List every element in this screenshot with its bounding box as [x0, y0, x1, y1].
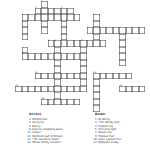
grid-cell[interactable] — [119, 60, 126, 67]
crossword-worksheet: 12345678910111213141516 Across 2Writing … — [0, 0, 150, 150]
cell-number: 5 — [93, 14, 94, 17]
down-heading: Down — [95, 112, 149, 116]
across-clue-list: 2Writing tool4Go by air6Bunny8Grocery sh… — [27, 118, 89, 144]
grid-cell[interactable] — [74, 99, 81, 106]
cell-number: 15 — [119, 85, 122, 88]
grid-cell[interactable] — [139, 86, 146, 93]
grid-cell[interactable] — [22, 34, 29, 41]
cell-number: 1 — [41, 1, 42, 4]
cell-number: 8 — [48, 40, 49, 43]
clue-text: Opposite of day — [98, 141, 119, 144]
cell-number: 3 — [61, 7, 62, 10]
clue-across-14: 14Whale family member — [27, 141, 89, 144]
clue-number: 14 — [27, 141, 31, 144]
grid-cell[interactable] — [41, 27, 48, 34]
down-clue-list: 1At liberty3"The Windy City"4English cit… — [93, 118, 149, 144]
cell-number: 4 — [22, 14, 23, 17]
clue-text: Whale family member — [32, 141, 61, 144]
cell-number: 7 — [119, 27, 120, 30]
across-heading: Across — [29, 112, 89, 116]
cell-number: 11 — [22, 53, 25, 56]
clue-number: 13 — [93, 141, 97, 144]
grid-cell[interactable] — [93, 105, 100, 112]
crossword-grid: 12345678910111213141516 — [15, 1, 145, 112]
grid-cell[interactable] — [100, 40, 107, 47]
cell-number: 2 — [35, 7, 36, 10]
grid-cell[interactable] — [126, 73, 133, 80]
cell-number: 10 — [80, 40, 83, 43]
cell-number: 6 — [87, 27, 88, 30]
cell-number: 9 — [54, 40, 55, 43]
cell-number: 13 — [93, 72, 96, 75]
down-clues-section: Down 1At liberty3"The Windy City"4Englis… — [93, 112, 149, 145]
cell-number: 16 — [41, 98, 44, 101]
grid-cell[interactable] — [80, 86, 87, 93]
cell-number: 14 — [15, 85, 18, 88]
across-clues-section: Across 2Writing tool4Go by air6Bunny8Gro… — [27, 112, 89, 145]
grid-cell[interactable] — [139, 27, 146, 34]
cell-number: 12 — [35, 72, 38, 75]
clue-down-13: 13Opposite of day — [93, 141, 149, 144]
grid-cell[interactable] — [74, 14, 81, 21]
